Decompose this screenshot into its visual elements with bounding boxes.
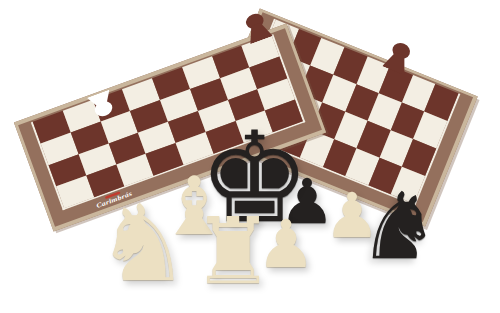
black-knight-piece: ♞	[353, 181, 445, 273]
white-knight-piece: ♞	[90, 191, 196, 297]
white-rook-piece: ♜	[187, 206, 279, 298]
product-photo-scene: Carimbrás ♞♝♜♚♟♟♟♞	[0, 0, 500, 313]
